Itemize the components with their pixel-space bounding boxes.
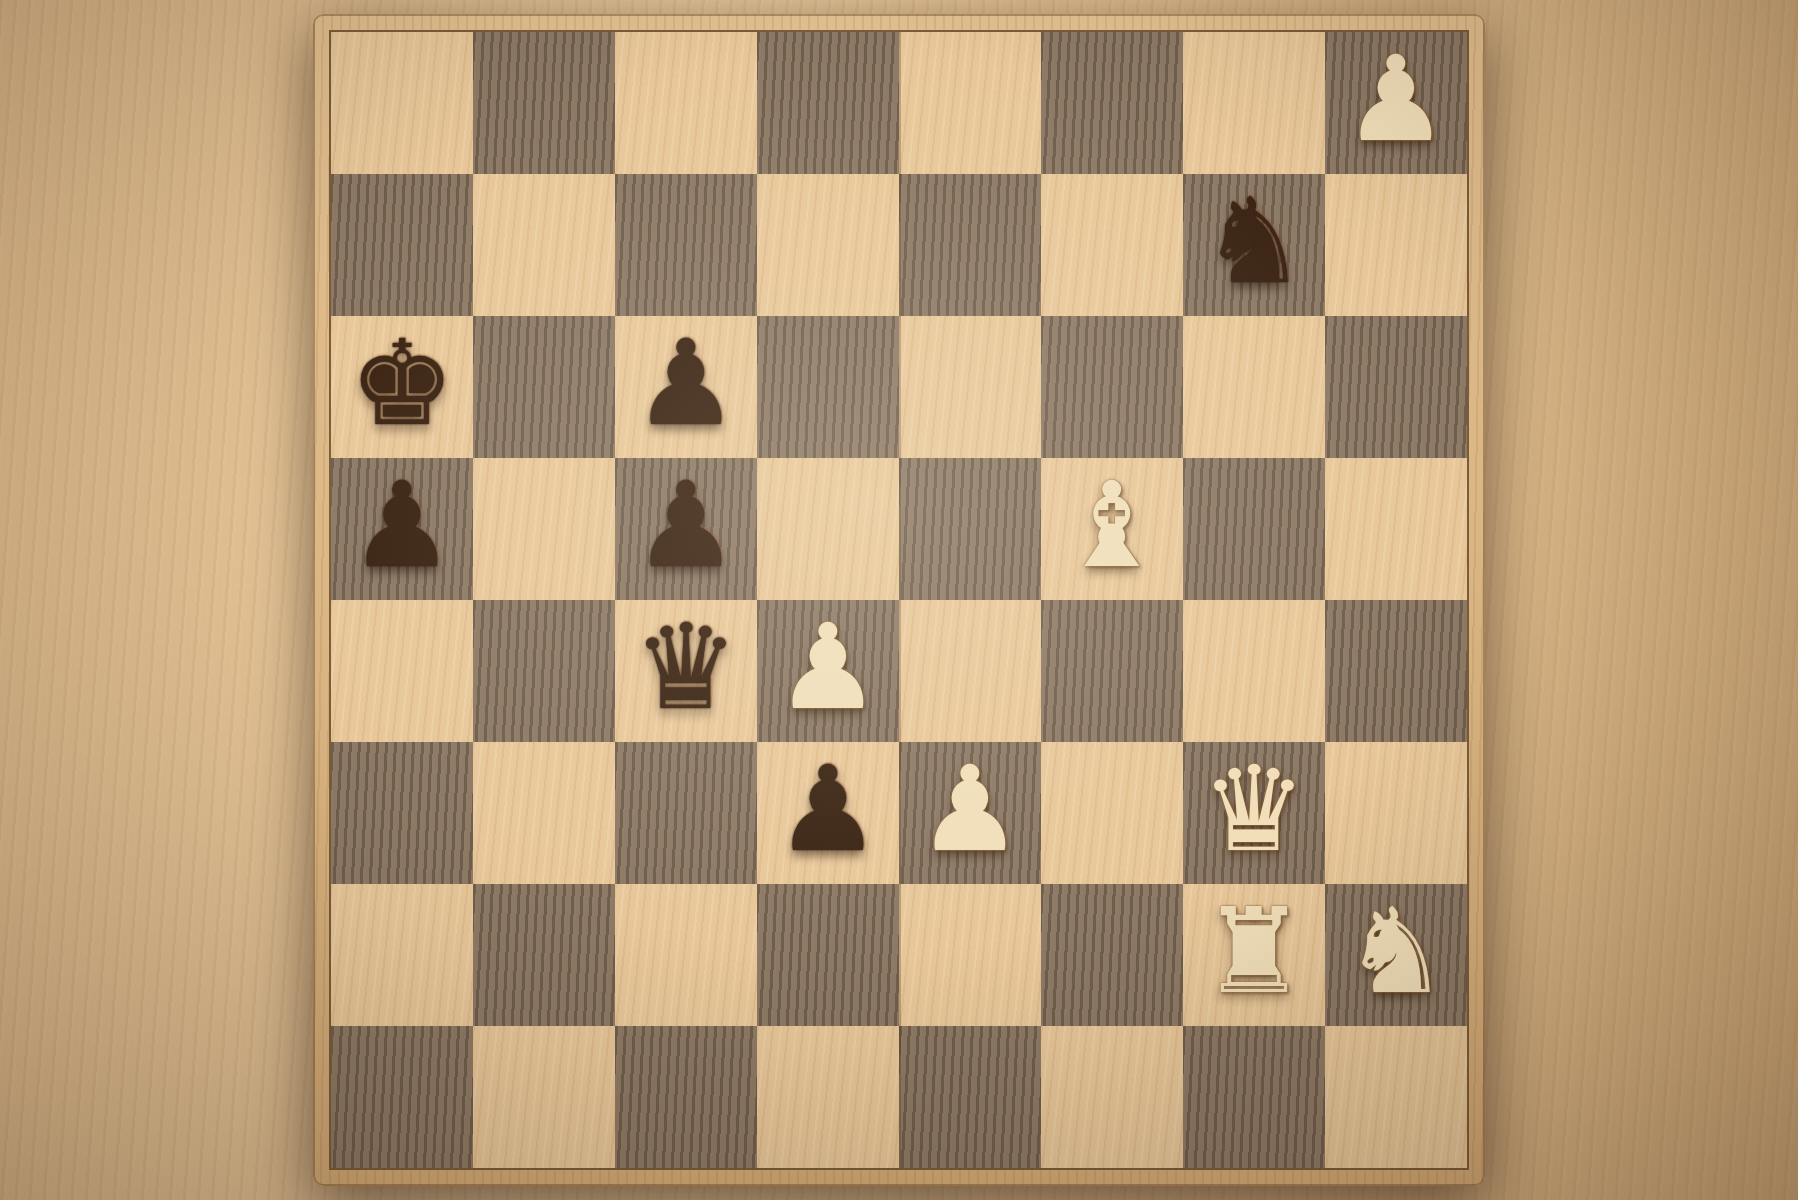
white-rook: ♜ <box>1201 892 1307 1010</box>
square-f2 <box>1041 884 1183 1026</box>
square-c7 <box>615 174 757 316</box>
square-e4 <box>899 600 1041 742</box>
black-knight: ♞ <box>1201 182 1307 300</box>
square-g2: ♜ <box>1183 884 1325 1026</box>
square-b4 <box>473 600 615 742</box>
square-e2 <box>899 884 1041 1026</box>
chessboard: ♟♞♚♟♟♟♝♛♟♟♟♛♜♞ <box>329 30 1469 1170</box>
square-g4 <box>1183 600 1325 742</box>
square-a5: ♟ <box>331 458 473 600</box>
square-e7 <box>899 174 1041 316</box>
square-a2 <box>331 884 473 1026</box>
white-bishop: ♝ <box>1059 466 1165 584</box>
square-f1 <box>1041 1026 1183 1168</box>
square-c2 <box>615 884 757 1026</box>
square-f6 <box>1041 316 1183 458</box>
square-h5 <box>1325 458 1467 600</box>
black-pawn: ♟ <box>633 324 739 442</box>
square-c1 <box>615 1026 757 1168</box>
square-h3 <box>1325 742 1467 884</box>
black-pawn: ♟ <box>349 466 455 584</box>
square-f4 <box>1041 600 1183 742</box>
square-a1 <box>331 1026 473 1168</box>
square-a3 <box>331 742 473 884</box>
square-e1 <box>899 1026 1041 1168</box>
white-pawn: ♟ <box>917 750 1023 868</box>
square-c8 <box>615 32 757 174</box>
square-e8 <box>899 32 1041 174</box>
black-pawn: ♟ <box>633 466 739 584</box>
square-b2 <box>473 884 615 1026</box>
square-g8 <box>1183 32 1325 174</box>
square-h6 <box>1325 316 1467 458</box>
square-b7 <box>473 174 615 316</box>
square-a7 <box>331 174 473 316</box>
square-c4: ♛ <box>615 600 757 742</box>
square-b3 <box>473 742 615 884</box>
square-d7 <box>757 174 899 316</box>
white-pawn: ♟ <box>775 608 881 726</box>
square-f8 <box>1041 32 1183 174</box>
square-d3: ♟ <box>757 742 899 884</box>
square-a8 <box>331 32 473 174</box>
square-c3 <box>615 742 757 884</box>
square-f5: ♝ <box>1041 458 1183 600</box>
square-h4 <box>1325 600 1467 742</box>
square-b8 <box>473 32 615 174</box>
black-pawn: ♟ <box>775 750 881 868</box>
square-h8: ♟ <box>1325 32 1467 174</box>
white-pawn: ♟ <box>1343 40 1449 158</box>
white-knight: ♞ <box>1343 892 1449 1010</box>
square-d2 <box>757 884 899 1026</box>
square-g6 <box>1183 316 1325 458</box>
white-queen: ♛ <box>1201 750 1307 868</box>
square-f7 <box>1041 174 1183 316</box>
square-d6 <box>757 316 899 458</box>
square-g3: ♛ <box>1183 742 1325 884</box>
square-h1 <box>1325 1026 1467 1168</box>
square-f3 <box>1041 742 1183 884</box>
square-d1 <box>757 1026 899 1168</box>
board-rim: ♟♞♚♟♟♟♝♛♟♟♟♛♜♞ <box>313 14 1485 1186</box>
square-d4: ♟ <box>757 600 899 742</box>
square-h2: ♞ <box>1325 884 1467 1026</box>
square-b5 <box>473 458 615 600</box>
square-b1 <box>473 1026 615 1168</box>
square-d8 <box>757 32 899 174</box>
square-c5: ♟ <box>615 458 757 600</box>
square-h7 <box>1325 174 1467 316</box>
square-g7: ♞ <box>1183 174 1325 316</box>
black-king: ♚ <box>349 324 455 442</box>
square-a6: ♚ <box>331 316 473 458</box>
black-queen: ♛ <box>633 608 739 726</box>
square-e5 <box>899 458 1041 600</box>
square-g1 <box>1183 1026 1325 1168</box>
square-d5 <box>757 458 899 600</box>
square-g5 <box>1183 458 1325 600</box>
square-e3: ♟ <box>899 742 1041 884</box>
square-e6 <box>899 316 1041 458</box>
square-a4 <box>331 600 473 742</box>
square-b6 <box>473 316 615 458</box>
square-c6: ♟ <box>615 316 757 458</box>
